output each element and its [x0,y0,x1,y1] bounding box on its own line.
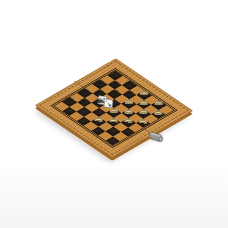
white-checker: ⛂ [122,115,134,126]
white-checker: ⛂ [108,115,120,126]
white-checker: ⛂ [93,114,105,125]
product-photo-stage: ⛂⛂⛂⛂⛂⛂⛂⛂⛂⛂⛂⛂⛂⛂⛂⛂⛂⛂⛂⛂⛂⛂ [0,0,228,228]
board-plane: ⛂⛂⛂⛂⛂⛂⛂⛂⛂⛂⛂⛂⛂⛂⛂⛂⛂⛂⛂⛂⛂⛂ [35,58,193,158]
black-checker: ⛂ [78,95,90,106]
wooden-board: ⛂⛂⛂⛂⛂⛂⛂⛂⛂⛂⛂⛂⛂⛂⛂⛂⛂⛂⛂⛂⛂⛂ [35,58,193,158]
white-checker: ⛂ [152,107,164,118]
black-checker: ⛂ [64,95,76,106]
black-checker: ⛂ [108,87,120,98]
